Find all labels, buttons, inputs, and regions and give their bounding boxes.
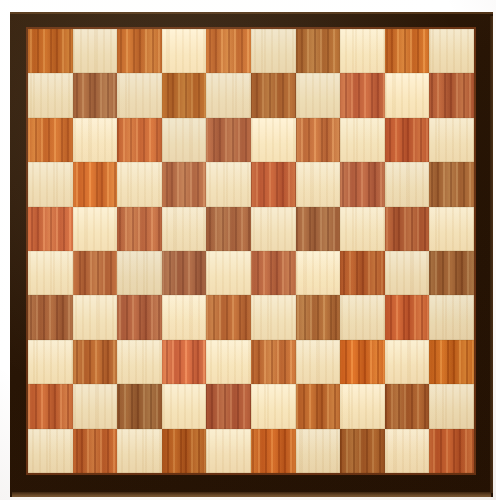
board-square[interactable] bbox=[385, 251, 430, 295]
board-square[interactable] bbox=[162, 429, 207, 473]
board-square[interactable] bbox=[117, 118, 162, 162]
board-square[interactable] bbox=[28, 251, 73, 295]
board-square[interactable] bbox=[251, 207, 296, 251]
board-square[interactable] bbox=[429, 207, 474, 251]
board-square[interactable] bbox=[73, 340, 118, 384]
board-square[interactable] bbox=[73, 29, 118, 73]
board-square[interactable] bbox=[28, 384, 73, 428]
board-square[interactable] bbox=[296, 162, 341, 206]
board-square[interactable] bbox=[251, 118, 296, 162]
board-square[interactable] bbox=[340, 29, 385, 73]
board-square[interactable] bbox=[206, 73, 251, 117]
board-square[interactable] bbox=[340, 73, 385, 117]
board-square[interactable] bbox=[296, 340, 341, 384]
board-square[interactable] bbox=[162, 73, 207, 117]
board-square[interactable] bbox=[28, 207, 73, 251]
board-square[interactable] bbox=[429, 251, 474, 295]
board-square[interactable] bbox=[296, 118, 341, 162]
board-square[interactable] bbox=[28, 162, 73, 206]
board-square[interactable] bbox=[251, 251, 296, 295]
board-square[interactable] bbox=[28, 73, 73, 117]
board-square[interactable] bbox=[385, 162, 430, 206]
board-square[interactable] bbox=[385, 340, 430, 384]
board-square[interactable] bbox=[385, 29, 430, 73]
board-square[interactable] bbox=[162, 251, 207, 295]
board-square[interactable] bbox=[206, 384, 251, 428]
board-square[interactable] bbox=[28, 429, 73, 473]
board-square[interactable] bbox=[28, 295, 73, 339]
board-square[interactable] bbox=[296, 429, 341, 473]
board-square[interactable] bbox=[429, 73, 474, 117]
board-square[interactable] bbox=[429, 295, 474, 339]
board-square[interactable] bbox=[162, 162, 207, 206]
board-square[interactable] bbox=[117, 251, 162, 295]
board-square[interactable] bbox=[28, 118, 73, 162]
board-square[interactable] bbox=[429, 162, 474, 206]
board-square[interactable] bbox=[162, 118, 207, 162]
board-photo bbox=[0, 0, 496, 500]
board-square[interactable] bbox=[117, 162, 162, 206]
board-square[interactable] bbox=[340, 429, 385, 473]
board-square[interactable] bbox=[206, 251, 251, 295]
board-square[interactable] bbox=[117, 384, 162, 428]
board-square[interactable] bbox=[73, 73, 118, 117]
board-square[interactable] bbox=[117, 73, 162, 117]
board-square[interactable] bbox=[162, 384, 207, 428]
board-square[interactable] bbox=[385, 73, 430, 117]
board-frame bbox=[10, 12, 493, 497]
board-square[interactable] bbox=[162, 29, 207, 73]
board-square[interactable] bbox=[117, 29, 162, 73]
board-square[interactable] bbox=[385, 207, 430, 251]
board-square[interactable] bbox=[117, 340, 162, 384]
board-square[interactable] bbox=[206, 295, 251, 339]
board-square[interactable] bbox=[340, 118, 385, 162]
board-square[interactable] bbox=[296, 73, 341, 117]
board-square[interactable] bbox=[206, 118, 251, 162]
board-square[interactable] bbox=[251, 429, 296, 473]
board-square[interactable] bbox=[385, 118, 430, 162]
board-square[interactable] bbox=[385, 384, 430, 428]
board-square[interactable] bbox=[340, 295, 385, 339]
board-square[interactable] bbox=[296, 295, 341, 339]
board-square[interactable] bbox=[429, 29, 474, 73]
board-square[interactable] bbox=[73, 384, 118, 428]
board-square[interactable] bbox=[206, 207, 251, 251]
board-square[interactable] bbox=[162, 295, 207, 339]
board-square[interactable] bbox=[73, 429, 118, 473]
board-square[interactable] bbox=[117, 429, 162, 473]
board-square[interactable] bbox=[340, 207, 385, 251]
board-square[interactable] bbox=[117, 295, 162, 339]
board-square[interactable] bbox=[73, 118, 118, 162]
board-square[interactable] bbox=[162, 340, 207, 384]
board-square[interactable] bbox=[206, 429, 251, 473]
board-square[interactable] bbox=[73, 207, 118, 251]
board-square[interactable] bbox=[251, 340, 296, 384]
board-square[interactable] bbox=[340, 384, 385, 428]
board-square[interactable] bbox=[206, 29, 251, 73]
board-square[interactable] bbox=[73, 162, 118, 206]
board-square[interactable] bbox=[73, 295, 118, 339]
board-square[interactable] bbox=[340, 251, 385, 295]
board-square[interactable] bbox=[251, 162, 296, 206]
board-square[interactable] bbox=[28, 29, 73, 73]
board-square[interactable] bbox=[296, 29, 341, 73]
board-square[interactable] bbox=[429, 429, 474, 473]
board-square[interactable] bbox=[429, 384, 474, 428]
board-square[interactable] bbox=[385, 429, 430, 473]
board-square[interactable] bbox=[296, 251, 341, 295]
board-square[interactable] bbox=[429, 340, 474, 384]
board-square[interactable] bbox=[340, 340, 385, 384]
board-square[interactable] bbox=[206, 340, 251, 384]
board-square[interactable] bbox=[28, 340, 73, 384]
board-square[interactable] bbox=[251, 29, 296, 73]
board-square[interactable] bbox=[385, 295, 430, 339]
board-square[interactable] bbox=[340, 162, 385, 206]
board-square[interactable] bbox=[251, 384, 296, 428]
board-square[interactable] bbox=[251, 295, 296, 339]
board-square[interactable] bbox=[429, 118, 474, 162]
frame-bevel bbox=[490, 16, 493, 493]
board-square[interactable] bbox=[296, 207, 341, 251]
board-square[interactable] bbox=[206, 162, 251, 206]
board-square[interactable] bbox=[162, 207, 207, 251]
board-square[interactable] bbox=[73, 251, 118, 295]
board-square[interactable] bbox=[117, 207, 162, 251]
checkers-board bbox=[28, 29, 474, 473]
board-square[interactable] bbox=[296, 384, 341, 428]
board-square[interactable] bbox=[251, 73, 296, 117]
